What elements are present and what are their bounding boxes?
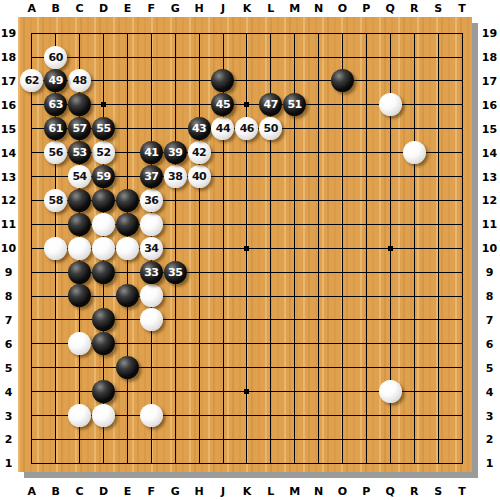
board-point-B18: 60 [44,45,68,69]
stone-L16[interactable]: 47 [259,93,282,116]
coordinate-label: F [148,2,156,15]
board-point-C8 [68,284,92,308]
coordinate-label: 7 [5,313,13,326]
coordinate-label: 8 [5,290,13,303]
board-point-F14: 41 [139,141,163,165]
board-point-J17 [211,69,235,93]
star-point [235,236,259,260]
coordinate-label: J [221,2,225,15]
stone-Q4[interactable] [379,380,402,403]
coordinate-label: O [338,2,347,15]
coordinate-label: H [194,484,203,497]
coordinate-label: 6 [486,337,494,350]
stone-C8[interactable] [68,284,91,307]
coordinate-label: 12 [482,194,497,207]
coordinate-label: 7 [486,313,494,326]
board-point-M16: 51 [283,93,307,117]
coordinate-label: K [243,2,252,15]
board-point-D7 [92,308,116,332]
stone-B17[interactable]: 49 [44,69,67,92]
move-number: 35 [168,267,182,278]
board-point-C12 [68,188,92,212]
board-point-C11 [68,212,92,236]
coordinate-label: G [171,484,180,497]
coordinate-label: M [289,484,300,497]
coordinate-label: P [362,2,370,15]
board-point-C9 [68,260,92,284]
stone-F10[interactable]: 34 [140,237,163,260]
board-point-F10: 34 [139,236,163,260]
stone-E10[interactable] [116,237,139,260]
move-number: 45 [216,99,230,110]
coordinate-label: 2 [5,433,13,446]
stone-C14[interactable]: 53 [68,141,91,164]
stone-F3[interactable] [140,404,163,427]
stone-C10[interactable] [68,237,91,260]
coordinate-label: O [338,484,347,497]
stone-F8[interactable] [140,284,163,307]
move-number: 60 [49,52,63,63]
coordinate-label: L [267,484,274,497]
move-number: 42 [192,147,206,158]
move-number: 62 [25,75,39,86]
board-point-B15: 61 [44,117,68,141]
board-point-A17: 62 [20,69,44,93]
stone-D13[interactable]: 59 [92,165,115,188]
coordinate-label: C [76,2,84,15]
move-number: 49 [49,75,63,86]
board-point-E12 [115,188,139,212]
coordinate-label: A [28,484,37,497]
board-point-B10 [44,236,68,260]
coordinate-label: 10 [1,242,16,255]
board-point-B17: 49 [44,69,68,93]
board-point-H15: 43 [187,117,211,141]
stone-C16[interactable] [68,93,91,116]
stone-B12[interactable]: 58 [44,189,67,212]
stone-A17[interactable]: 62 [20,69,43,92]
stone-L15[interactable]: 50 [259,117,282,140]
board-point-F12: 36 [139,188,163,212]
coordinate-label: D [99,484,108,497]
coordinate-label: 18 [482,51,497,64]
board-point-F8 [139,284,163,308]
coordinate-label: 4 [5,385,13,398]
stone-F13[interactable]: 37 [140,165,163,188]
coordinate-label: N [314,484,323,497]
board-point-E11 [115,212,139,236]
board-point-G9: 35 [163,260,187,284]
go-board[interactable]: 3334353637383940414243444546474849505152… [18,17,472,472]
stone-F14[interactable]: 41 [140,141,163,164]
board-point-C6 [68,332,92,356]
stone-E11[interactable] [116,213,139,236]
move-number: 52 [96,147,110,158]
coordinate-label: 19 [482,27,497,40]
coordinate-label: 17 [1,74,16,87]
coordinate-label: 16 [1,98,16,111]
coordinate-label: L [267,2,274,15]
coordinate-label: S [434,2,442,15]
board-point-D10 [92,236,116,260]
stone-C13[interactable]: 54 [68,165,91,188]
move-number: 58 [49,195,63,206]
coordinate-label: R [410,484,418,497]
coordinate-label: E [124,2,132,15]
board-point-D6 [92,332,116,356]
coordinate-label: B [51,484,59,497]
board-point-C15: 57 [68,117,92,141]
board-point-F13: 37 [139,165,163,189]
coordinate-label: T [458,2,466,15]
coordinate-label: 5 [5,361,13,374]
stone-B18[interactable]: 60 [44,46,67,69]
coordinate-label: 15 [1,122,16,135]
board-grid: 3334353637383940414243444546474849505152… [20,21,474,475]
move-number: 38 [168,171,182,182]
move-number: 40 [192,171,206,182]
coordinate-label: A [28,2,37,15]
stone-B10[interactable] [44,237,67,260]
board-point-Q16 [378,93,402,117]
stone-E8[interactable] [116,284,139,307]
board-point-D12 [92,188,116,212]
stone-C12[interactable] [68,189,91,212]
stone-F12[interactable]: 36 [140,189,163,212]
star-point [378,236,402,260]
go-diagram: 3334353637383940414243444546474849505152… [0,0,500,500]
board-point-C14: 53 [68,141,92,165]
stone-C15[interactable]: 57 [68,117,91,140]
stone-G9[interactable]: 35 [164,261,187,284]
move-number: 37 [144,171,158,182]
board-point-G14: 39 [163,141,187,165]
stone-C11[interactable] [68,213,91,236]
stone-D10[interactable] [92,237,115,260]
board-point-D13: 59 [92,165,116,189]
coordinate-label: D [99,2,108,15]
move-number: 34 [144,243,158,254]
coordinate-label: H [194,2,203,15]
board-point-E8 [115,284,139,308]
board-point-B16: 63 [44,93,68,117]
board-point-C3 [68,403,92,427]
move-number: 36 [144,195,158,206]
stone-J15[interactable]: 44 [211,117,234,140]
coordinate-label: K [243,484,252,497]
board-point-R14 [402,141,426,165]
stone-R14[interactable] [403,141,426,164]
coordinate-label: 15 [482,122,497,135]
stone-D9[interactable] [92,261,115,284]
coordinate-label: J [221,484,225,497]
board-point-F7 [139,308,163,332]
coordinate-label: 5 [486,361,494,374]
coordinate-label: 8 [486,290,494,303]
stone-D12[interactable] [92,189,115,212]
board-point-O17 [330,69,354,93]
coordinate-label: 16 [482,98,497,111]
board-point-F3 [139,403,163,427]
move-number: 44 [216,123,230,134]
board-point-J15: 44 [211,117,235,141]
coordinate-label: 11 [482,218,497,231]
coordinate-label: 1 [5,457,13,470]
coordinate-label: 3 [486,409,494,422]
stone-O17[interactable] [331,69,354,92]
coordinate-label: F [148,484,156,497]
star-point [235,93,259,117]
coordinate-label: 14 [1,146,16,159]
move-number: 47 [264,99,278,110]
coordinate-label: 4 [486,385,494,398]
board-point-G13: 38 [163,165,187,189]
board-point-D4 [92,380,116,404]
board-point-E10 [115,236,139,260]
coordinate-label: Q [386,2,395,15]
stone-Q16[interactable] [379,93,402,116]
coordinate-label: 13 [1,170,16,183]
move-number: 50 [264,123,278,134]
coordinate-label: 18 [1,51,16,64]
coordinate-label: G [171,2,180,15]
board-point-L15: 50 [259,117,283,141]
coordinate-label: C [76,484,84,497]
stone-B14[interactable]: 56 [44,141,67,164]
stone-H14[interactable]: 42 [188,141,211,164]
star-point [235,380,259,404]
move-number: 48 [72,75,86,86]
coordinate-label: E [124,484,132,497]
coordinate-label: 3 [5,409,13,422]
stone-M16[interactable]: 51 [283,93,306,116]
coordinate-label: 17 [482,74,497,87]
move-number: 55 [96,123,110,134]
coordinate-label: 11 [1,218,16,231]
coordinate-label: S [434,484,442,497]
stone-C6[interactable] [68,332,91,355]
coordinate-label: 1 [486,457,494,470]
stone-J17[interactable] [211,69,234,92]
move-number: 63 [49,99,63,110]
move-number: 57 [72,123,86,134]
stone-E5[interactable] [116,356,139,379]
coordinate-label: T [458,484,466,497]
board-point-B14: 56 [44,141,68,165]
stone-G13[interactable]: 38 [164,165,187,188]
board-point-B12: 58 [44,188,68,212]
board-point-K15: 46 [235,117,259,141]
board-point-D11 [92,212,116,236]
stone-H13[interactable]: 40 [188,165,211,188]
stone-C17[interactable]: 48 [68,69,91,92]
move-number: 43 [192,123,206,134]
coordinate-label: Q [386,484,395,497]
coordinate-label: P [362,484,370,497]
stone-D6[interactable] [92,332,115,355]
move-number: 59 [96,171,110,182]
coordinate-label: B [51,2,59,15]
stone-D14[interactable]: 52 [92,141,115,164]
board-point-C16 [68,93,92,117]
move-number: 54 [72,171,86,182]
coordinate-label: 14 [482,146,497,159]
stone-B15[interactable]: 61 [44,117,67,140]
stone-E12[interactable] [116,189,139,212]
stone-F9[interactable]: 33 [140,261,163,284]
move-number: 46 [240,123,254,134]
move-number: 39 [168,147,182,158]
board-point-D3 [92,403,116,427]
coordinate-label: 9 [5,266,13,279]
stone-D4[interactable] [92,380,115,403]
coordinate-label: R [410,2,418,15]
board-point-L16: 47 [259,93,283,117]
move-number: 56 [49,147,63,158]
board-point-J16: 45 [211,93,235,117]
board-point-C13: 54 [68,165,92,189]
board-point-C17: 48 [68,69,92,93]
move-number: 53 [72,147,86,158]
stone-F11[interactable] [140,213,163,236]
board-point-E5 [115,356,139,380]
star-point [92,93,116,117]
stone-H15[interactable]: 43 [188,117,211,140]
stone-J16[interactable]: 45 [211,93,234,116]
stone-D7[interactable] [92,308,115,331]
stone-D3[interactable] [92,404,115,427]
board-point-D14: 52 [92,141,116,165]
coordinate-label: 9 [486,266,494,279]
move-number: 51 [287,99,301,110]
coordinate-label: 2 [486,433,494,446]
stone-D11[interactable] [92,213,115,236]
coordinate-label: 6 [5,337,13,350]
stone-G14[interactable]: 39 [164,141,187,164]
board-point-H13: 40 [187,165,211,189]
stone-K15[interactable]: 46 [235,117,258,140]
stone-F7[interactable] [140,308,163,331]
board-point-C10 [68,236,92,260]
coordinate-label: 12 [1,194,16,207]
move-number: 41 [144,147,158,158]
coordinate-label: 13 [482,170,497,183]
stone-D15[interactable]: 55 [92,117,115,140]
move-number: 33 [144,267,158,278]
coordinate-label: N [314,2,323,15]
move-number: 61 [49,123,63,134]
board-point-H14: 42 [187,141,211,165]
stone-C9[interactable] [68,261,91,284]
board-point-D15: 55 [92,117,116,141]
stone-B16[interactable]: 63 [44,93,67,116]
board-point-F9: 33 [139,260,163,284]
board-point-F11 [139,212,163,236]
board-point-Q4 [378,380,402,404]
stone-C3[interactable] [68,404,91,427]
board-point-D9 [92,260,116,284]
coordinate-label: M [289,2,300,15]
coordinate-label: 10 [482,242,497,255]
coordinate-label: 19 [1,27,16,40]
